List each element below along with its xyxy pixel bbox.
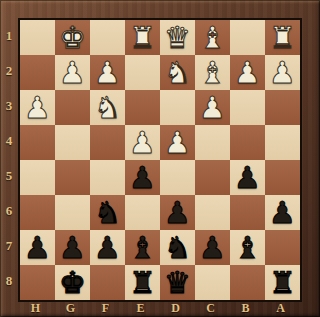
black-pawn-icon[interactable]: ♟	[269, 195, 296, 230]
black-pawn-icon[interactable]: ♟	[164, 195, 191, 230]
black-pawn-icon[interactable]: ♟	[199, 230, 226, 265]
square-a5[interactable]	[265, 160, 300, 195]
square-g6[interactable]	[55, 195, 90, 230]
white-pawn-icon[interactable]: ♟	[234, 55, 261, 90]
black-rook-icon[interactable]: ♜	[269, 265, 296, 300]
square-b5[interactable]: ♟	[230, 160, 265, 195]
square-c6[interactable]	[195, 195, 230, 230]
white-bishop-icon[interactable]: ♝	[199, 55, 226, 90]
square-c5[interactable]	[195, 160, 230, 195]
rank-label-8: 8	[0, 263, 18, 298]
square-h1[interactable]	[20, 20, 55, 55]
file-labels: HGFEDCBA	[18, 301, 302, 317]
square-h3[interactable]: ♟	[20, 90, 55, 125]
square-a8[interactable]: ♜	[265, 265, 300, 300]
black-pawn-icon[interactable]: ♟	[129, 160, 156, 195]
white-queen-icon[interactable]: ♛	[164, 20, 191, 55]
square-c8[interactable]	[195, 265, 230, 300]
rank-label-6: 6	[0, 193, 18, 228]
square-f7[interactable]: ♟	[90, 230, 125, 265]
file-label-g: G	[53, 301, 88, 317]
rank-label-2: 2	[0, 53, 18, 88]
square-g5[interactable]	[55, 160, 90, 195]
black-rook-icon[interactable]: ♜	[129, 265, 156, 300]
square-b8[interactable]	[230, 265, 265, 300]
square-e7[interactable]: ♝	[125, 230, 160, 265]
square-h4[interactable]	[20, 125, 55, 160]
square-d5[interactable]	[160, 160, 195, 195]
square-c7[interactable]: ♟	[195, 230, 230, 265]
file-label-d: D	[158, 301, 193, 317]
square-h7[interactable]: ♟	[20, 230, 55, 265]
square-a1[interactable]: ♜	[265, 20, 300, 55]
file-label-a: A	[263, 301, 298, 317]
square-d1[interactable]: ♛	[160, 20, 195, 55]
chess-diagram: ♚♜♛♝♜♟♟♞♝♟♟♟♞♟♟♟♟♟♞♟♟♟♟♟♝♞♟♝♚♜♛♜ 1234567…	[0, 0, 320, 317]
black-pawn-icon[interactable]: ♟	[94, 230, 121, 265]
white-rook-icon[interactable]: ♜	[269, 20, 296, 55]
square-d7[interactable]: ♞	[160, 230, 195, 265]
square-b1[interactable]	[230, 20, 265, 55]
white-knight-icon[interactable]: ♞	[94, 90, 121, 125]
square-h6[interactable]	[20, 195, 55, 230]
square-e4[interactable]: ♟	[125, 125, 160, 160]
black-king-icon[interactable]: ♚	[59, 265, 86, 300]
square-b2[interactable]: ♟	[230, 55, 265, 90]
square-f4[interactable]	[90, 125, 125, 160]
square-b6[interactable]	[230, 195, 265, 230]
square-g1[interactable]: ♚	[55, 20, 90, 55]
white-pawn-icon[interactable]: ♟	[164, 125, 191, 160]
square-b4[interactable]	[230, 125, 265, 160]
rank-label-3: 3	[0, 88, 18, 123]
white-pawn-icon[interactable]: ♟	[94, 55, 121, 90]
black-knight-icon[interactable]: ♞	[94, 195, 121, 230]
rank-label-7: 7	[0, 228, 18, 263]
rank-labels: 12345678	[0, 18, 18, 298]
square-f6[interactable]: ♞	[90, 195, 125, 230]
square-b3[interactable]	[230, 90, 265, 125]
square-f5[interactable]	[90, 160, 125, 195]
square-c1[interactable]: ♝	[195, 20, 230, 55]
square-d3[interactable]	[160, 90, 195, 125]
square-e3[interactable]	[125, 90, 160, 125]
square-c3[interactable]: ♟	[195, 90, 230, 125]
file-label-e: E	[123, 301, 158, 317]
black-queen-icon[interactable]: ♛	[164, 265, 191, 300]
black-pawn-icon[interactable]: ♟	[24, 230, 51, 265]
white-knight-icon[interactable]: ♞	[164, 55, 191, 90]
black-pawn-icon[interactable]: ♟	[234, 160, 261, 195]
square-e5[interactable]: ♟	[125, 160, 160, 195]
black-knight-icon[interactable]: ♞	[164, 230, 191, 265]
white-pawn-icon[interactable]: ♟	[59, 55, 86, 90]
square-g8[interactable]: ♚	[55, 265, 90, 300]
white-king-icon[interactable]: ♚	[59, 20, 86, 55]
white-rook-icon[interactable]: ♜	[129, 20, 156, 55]
square-g4[interactable]	[55, 125, 90, 160]
file-label-h: H	[18, 301, 53, 317]
square-d2[interactable]: ♞	[160, 55, 195, 90]
square-h8[interactable]	[20, 265, 55, 300]
square-a6[interactable]: ♟	[265, 195, 300, 230]
file-label-b: B	[228, 301, 263, 317]
square-d4[interactable]: ♟	[160, 125, 195, 160]
square-e8[interactable]: ♜	[125, 265, 160, 300]
file-label-c: C	[193, 301, 228, 317]
rank-label-1: 1	[0, 18, 18, 53]
square-f3[interactable]: ♞	[90, 90, 125, 125]
rank-label-4: 4	[0, 123, 18, 158]
square-d8[interactable]: ♛	[160, 265, 195, 300]
white-pawn-icon[interactable]: ♟	[269, 55, 296, 90]
square-b7[interactable]: ♝	[230, 230, 265, 265]
black-bishop-icon[interactable]: ♝	[234, 230, 261, 265]
square-a7[interactable]	[265, 230, 300, 265]
square-d6[interactable]: ♟	[160, 195, 195, 230]
square-e2[interactable]	[125, 55, 160, 90]
square-f8[interactable]	[90, 265, 125, 300]
square-g7[interactable]: ♟	[55, 230, 90, 265]
square-c2[interactable]: ♝	[195, 55, 230, 90]
black-bishop-icon[interactable]: ♝	[129, 230, 156, 265]
square-a3[interactable]	[265, 90, 300, 125]
white-pawn-icon[interactable]: ♟	[129, 125, 156, 160]
black-pawn-icon[interactable]: ♟	[59, 230, 86, 265]
square-h2[interactable]	[20, 55, 55, 90]
white-pawn-icon[interactable]: ♟	[24, 90, 51, 125]
square-g3[interactable]	[55, 90, 90, 125]
chess-board: ♚♜♛♝♜♟♟♞♝♟♟♟♞♟♟♟♟♟♞♟♟♟♟♟♝♞♟♝♚♜♛♜	[18, 18, 302, 302]
white-bishop-icon[interactable]: ♝	[199, 20, 226, 55]
square-f1[interactable]	[90, 20, 125, 55]
white-pawn-icon[interactable]: ♟	[199, 90, 226, 125]
square-a2[interactable]: ♟	[265, 55, 300, 90]
square-e6[interactable]	[125, 195, 160, 230]
square-e1[interactable]: ♜	[125, 20, 160, 55]
square-f2[interactable]: ♟	[90, 55, 125, 90]
file-label-f: F	[88, 301, 123, 317]
square-a4[interactable]	[265, 125, 300, 160]
square-h5[interactable]	[20, 160, 55, 195]
square-g2[interactable]: ♟	[55, 55, 90, 90]
square-c4[interactable]	[195, 125, 230, 160]
rank-label-5: 5	[0, 158, 18, 193]
